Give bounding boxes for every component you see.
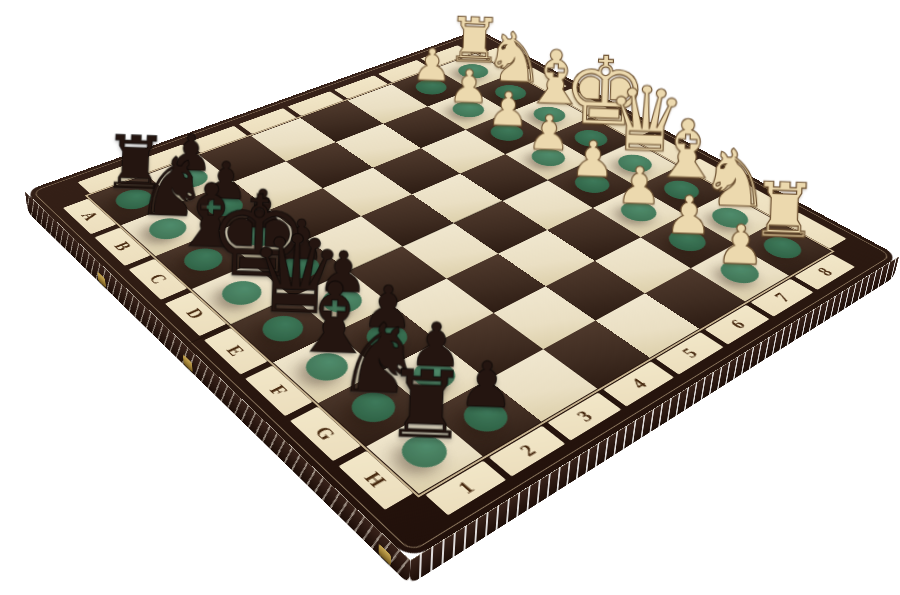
border-panel: 3	[547, 392, 621, 440]
border-panel: G	[290, 407, 361, 462]
square-h7[interactable]: ♟	[691, 244, 789, 301]
rank-label-5: 5	[678, 346, 700, 360]
rank-label-6: 6	[726, 317, 748, 331]
border-panel: 2	[488, 425, 565, 476]
file-label-e: E	[223, 343, 248, 358]
board-grid: ♜♞♝♚♛♝♞♜8♟♟♟♟♟♟♟♟76543♟♟♟♟♟♟♟♟2♜♞♝♚♛♝♞♜1…	[42, 36, 880, 541]
file-label-f: F	[266, 383, 291, 399]
brass-hinge-icon	[97, 271, 106, 288]
board-frame: ♜♞♝♚♛♝♞♜8♟♟♟♟♟♟♟♟76543♟♟♟♟♟♟♟♟2♜♞♝♚♛♝♞♜1…	[25, 30, 899, 561]
piece-white-pawn-h7[interactable]: ♟	[706, 216, 776, 273]
rank-label-3: 3	[573, 408, 596, 424]
rank-label-1: 1	[454, 478, 478, 497]
camera-tilt: ♜♞♝♚♛♝♞♜8♟♟♟♟♟♟♟♟76543♟♟♟♟♟♟♟♟2♜♞♝♚♛♝♞♜1…	[0, 0, 900, 595]
border-panel: E	[204, 328, 268, 375]
border-panel: 7	[750, 278, 813, 316]
file-label-c: C	[145, 272, 169, 286]
brass-hinge-icon	[183, 354, 193, 372]
file-label-h: H	[361, 469, 390, 490]
piece-black-rook-h1[interactable]: ♜	[383, 357, 468, 452]
rank-label-7: 7	[771, 291, 793, 304]
file-label-g: G	[311, 424, 339, 443]
photo-canvas: ♜♞♝♚♛♝♞♜8♟♟♟♟♟♟♟♟76543♟♟♟♟♟♟♟♟2♜♞♝♚♛♝♞♜1…	[0, 0, 900, 595]
square-d4[interactable]	[361, 194, 453, 246]
file-label-d: D	[183, 306, 208, 321]
rank-label-2: 2	[515, 442, 539, 459]
rank-label-4: 4	[627, 376, 650, 391]
rank-label-8: 8	[814, 265, 835, 277]
chess-board: ♜♞♝♚♛♝♞♜8♟♟♟♟♟♟♟♟76543♟♟♟♟♟♟♟♟2♜♞♝♚♛♝♞♜1…	[25, 30, 899, 561]
file-label-a: A	[78, 210, 101, 222]
brass-clasp-icon	[378, 543, 391, 565]
perspective-scene: ♜♞♝♚♛♝♞♜8♟♟♟♟♟♟♟♟76543♟♟♟♟♟♟♟♟2♜♞♝♚♛♝♞♜1…	[0, 0, 900, 595]
border-panel: A	[63, 198, 117, 234]
file-label-b: B	[111, 240, 134, 252]
